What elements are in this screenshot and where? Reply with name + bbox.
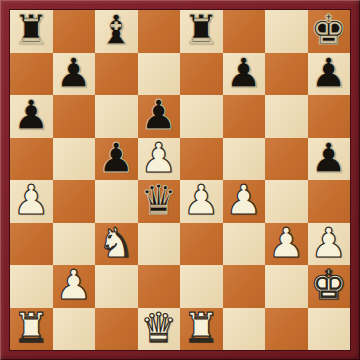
square-g3[interactable]: ♟ [265, 223, 308, 266]
square-c7[interactable] [95, 53, 138, 96]
square-e1[interactable]: ♜ [180, 308, 223, 351]
piece-black-pawn[interactable]: ♟ [98, 138, 135, 179]
square-d3[interactable] [138, 223, 181, 266]
square-c1[interactable] [95, 308, 138, 351]
piece-white-pawn[interactable]: ♟ [55, 265, 92, 306]
piece-white-rook[interactable]: ♜ [183, 308, 220, 349]
square-a5[interactable] [10, 138, 53, 181]
piece-white-pawn[interactable]: ♟ [225, 180, 262, 221]
piece-black-pawn[interactable]: ♟ [13, 95, 50, 136]
square-c2[interactable] [95, 265, 138, 308]
piece-black-king[interactable]: ♚ [310, 10, 347, 51]
square-h1[interactable] [308, 308, 351, 351]
square-a1[interactable]: ♜ [10, 308, 53, 351]
square-b8[interactable] [53, 10, 96, 53]
piece-white-pawn[interactable]: ♟ [310, 223, 347, 264]
piece-white-pawn[interactable]: ♟ [13, 180, 50, 221]
square-g1[interactable] [265, 308, 308, 351]
square-a4[interactable]: ♟ [10, 180, 53, 223]
square-e6[interactable] [180, 95, 223, 138]
square-h4[interactable] [308, 180, 351, 223]
piece-white-rook[interactable]: ♜ [13, 308, 50, 349]
square-g8[interactable] [265, 10, 308, 53]
square-b6[interactable] [53, 95, 96, 138]
square-g6[interactable] [265, 95, 308, 138]
square-d7[interactable] [138, 53, 181, 96]
square-f7[interactable]: ♟ [223, 53, 266, 96]
square-h2[interactable]: ♚ [308, 265, 351, 308]
square-h5[interactable]: ♟ [308, 138, 351, 181]
square-a2[interactable] [10, 265, 53, 308]
square-f5[interactable] [223, 138, 266, 181]
square-a3[interactable] [10, 223, 53, 266]
square-c5[interactable]: ♟ [95, 138, 138, 181]
piece-black-rook[interactable]: ♜ [13, 10, 50, 51]
square-d1[interactable]: ♛ [138, 308, 181, 351]
square-e8[interactable]: ♜ [180, 10, 223, 53]
piece-black-pawn[interactable]: ♟ [310, 53, 347, 94]
square-b7[interactable]: ♟ [53, 53, 96, 96]
square-b4[interactable] [53, 180, 96, 223]
piece-black-rook[interactable]: ♜ [183, 10, 220, 51]
square-c4[interactable] [95, 180, 138, 223]
piece-black-pawn[interactable]: ♟ [310, 138, 347, 179]
piece-black-pawn[interactable]: ♟ [225, 53, 262, 94]
square-g2[interactable] [265, 265, 308, 308]
square-e5[interactable] [180, 138, 223, 181]
square-c8[interactable]: ♝ [95, 10, 138, 53]
piece-white-knight[interactable]: ♞ [98, 223, 135, 264]
square-b5[interactable] [53, 138, 96, 181]
piece-white-king[interactable]: ♚ [310, 265, 347, 306]
piece-black-bishop[interactable]: ♝ [98, 10, 135, 51]
square-f8[interactable] [223, 10, 266, 53]
square-a7[interactable] [10, 53, 53, 96]
piece-white-queen[interactable]: ♛ [140, 308, 177, 349]
square-g5[interactable] [265, 138, 308, 181]
piece-white-pawn[interactable]: ♟ [140, 138, 177, 179]
square-d4[interactable]: ♛ [138, 180, 181, 223]
square-b1[interactable] [53, 308, 96, 351]
square-f3[interactable] [223, 223, 266, 266]
square-h8[interactable]: ♚ [308, 10, 351, 53]
piece-white-pawn[interactable]: ♟ [268, 223, 305, 264]
square-b2[interactable]: ♟ [53, 265, 96, 308]
square-f1[interactable] [223, 308, 266, 351]
square-g4[interactable] [265, 180, 308, 223]
square-h3[interactable]: ♟ [308, 223, 351, 266]
square-b3[interactable] [53, 223, 96, 266]
square-h6[interactable] [308, 95, 351, 138]
square-c6[interactable] [95, 95, 138, 138]
square-c3[interactable]: ♞ [95, 223, 138, 266]
square-a6[interactable]: ♟ [10, 95, 53, 138]
piece-black-pawn[interactable]: ♟ [55, 53, 92, 94]
piece-black-pawn[interactable]: ♟ [140, 95, 177, 136]
square-e4[interactable]: ♟ [180, 180, 223, 223]
square-d8[interactable] [138, 10, 181, 53]
square-a8[interactable]: ♜ [10, 10, 53, 53]
square-d2[interactable] [138, 265, 181, 308]
board-frame: ♜♝♜♚♟♟♟♟♟♟♟♟♟♛♟♟♞♟♟♟♚♜♛♜ [0, 0, 360, 360]
piece-black-queen[interactable]: ♛ [140, 180, 177, 221]
square-h7[interactable]: ♟ [308, 53, 351, 96]
square-f4[interactable]: ♟ [223, 180, 266, 223]
chess-board[interactable]: ♜♝♜♚♟♟♟♟♟♟♟♟♟♛♟♟♞♟♟♟♚♜♛♜ [10, 10, 350, 350]
square-e7[interactable] [180, 53, 223, 96]
square-e2[interactable] [180, 265, 223, 308]
square-d5[interactable]: ♟ [138, 138, 181, 181]
piece-white-pawn[interactable]: ♟ [183, 180, 220, 221]
square-f6[interactable] [223, 95, 266, 138]
square-f2[interactable] [223, 265, 266, 308]
square-g7[interactable] [265, 53, 308, 96]
square-e3[interactable] [180, 223, 223, 266]
square-d6[interactable]: ♟ [138, 95, 181, 138]
